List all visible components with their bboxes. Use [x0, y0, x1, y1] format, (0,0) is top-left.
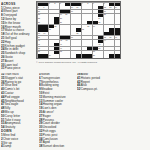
cell-number: 49: [60, 47, 62, 49]
grid-cell[interactable]: [60, 54, 65, 57]
grid-cell-black: [38, 54, 43, 57]
cell-number: 2: [54, 2, 55, 4]
cell-number: 38: [104, 36, 106, 38]
grid-cell-black: [115, 54, 120, 57]
grid-cell[interactable]: 54: [49, 54, 54, 57]
cell-number: 37: [71, 36, 73, 38]
cell-number: 34: [43, 32, 45, 34]
clue-item: 31Piano piece: [1, 67, 35, 70]
grid-cell-black: [43, 54, 48, 57]
clue-number: 4: [1, 144, 3, 148]
grid-cell-black: [109, 54, 114, 57]
clue-item: 52Compass pt.: [77, 88, 111, 91]
cell-number: 52: [60, 50, 62, 52]
clue-number: 52: [77, 87, 80, 91]
grid-cell-black: [82, 54, 87, 57]
clues-column-bottom-3: 39Allow41Historic period42Regret46Also52…: [77, 73, 111, 149]
clue-number: 38: [39, 144, 42, 148]
grid-cell[interactable]: [98, 54, 103, 57]
cell-number: 8: [38, 6, 39, 8]
cell-number: 44: [104, 39, 106, 41]
cell-number: 53: [93, 50, 95, 52]
clue-number: 31: [1, 66, 4, 70]
cell-number: 23: [60, 17, 62, 19]
cell-number: 21: [104, 13, 106, 15]
cell-number: 35: [76, 32, 78, 34]
clues-column-bottom-2: 5Notion6Transgression7Nevertheless8Build…: [39, 73, 73, 149]
cell-number: 26: [60, 21, 62, 23]
clue-item: 38Sunset direction: [39, 145, 73, 148]
cell-number: 50: [98, 47, 100, 49]
grid-cell[interactable]: [104, 54, 109, 57]
grid-cell-black: [76, 54, 81, 57]
cell-number: 54: [49, 54, 51, 56]
cell-number: 15: [38, 10, 40, 12]
copyright-line: © 1996 Tribune Media Services, Inc. All …: [36, 61, 121, 64]
cell-number: 25: [38, 21, 40, 23]
cell-number: 40: [115, 36, 117, 38]
cell-number: 39: [109, 36, 111, 38]
grid-cell[interactable]: [65, 54, 70, 57]
cell-number: 13: [109, 6, 111, 8]
cell-number: 31: [49, 28, 51, 30]
cell-number: 46: [60, 43, 62, 45]
cell-number: 5: [87, 2, 88, 4]
cell-number: 10: [71, 6, 73, 8]
cell-number: 42: [60, 39, 62, 41]
grid-cell[interactable]: [71, 54, 76, 57]
cell-number: 11: [76, 6, 78, 8]
cell-number: 45: [38, 43, 40, 45]
cell-number: 48: [38, 47, 40, 49]
grid-cell[interactable]: 55: [93, 54, 98, 57]
cell-number: 43: [65, 39, 67, 41]
cell-number: 30: [93, 25, 95, 27]
cell-number: 47: [98, 43, 100, 45]
cell-number: 51: [38, 50, 40, 52]
cell-number: 12: [104, 6, 106, 8]
cell-number: 55: [93, 54, 95, 56]
cell-number: 27: [98, 21, 100, 23]
clues-column-right: [122, 2, 149, 71]
crossword-grid[interactable]: 1234567891011121314151617181920212223242…: [36, 1, 121, 59]
cell-number: 32: [82, 28, 84, 30]
clues-column-bottom-1: 32Train track35Slugger's stat36Raring to…: [1, 73, 35, 149]
cell-number: 9: [43, 6, 44, 8]
cell-number: 1: [49, 2, 50, 4]
cell-number: 20: [65, 13, 67, 15]
cell-number: 16: [71, 10, 73, 12]
clue-item: 4Damp: [1, 145, 35, 148]
cell-number: 22: [38, 17, 40, 19]
cell-number: 41: [38, 39, 40, 41]
cell-number: 7: [104, 2, 105, 4]
cell-number: 36: [38, 36, 40, 38]
cell-number: 24: [98, 17, 100, 19]
cell-number: 18: [38, 13, 40, 15]
cell-number: 3: [60, 2, 61, 4]
cell-number: 17: [104, 10, 106, 12]
cell-number: 4: [82, 2, 83, 4]
cell-number: 28: [54, 25, 56, 27]
cell-number: 6: [93, 2, 94, 4]
cell-number: 14: [115, 6, 117, 8]
clues-column-bottom-4: [115, 73, 149, 149]
grid-cell-black: [87, 54, 92, 57]
cell-number: 33: [38, 32, 40, 34]
clues-column-left: ACROSS1Chess piece4Wheel part8Overjoyed1…: [1, 2, 35, 71]
cell-number: 29: [87, 25, 89, 27]
cell-number: 19: [60, 13, 62, 15]
grid-cell[interactable]: [54, 54, 59, 57]
